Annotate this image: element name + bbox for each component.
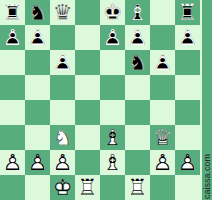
piece-black-pawn: ♟♙ [0,25,25,50]
piece-glyph-outline: ♙ [150,50,175,75]
watermark-strip: caissa.com [200,0,212,200]
square-c5[interactable] [50,75,75,100]
square-g4[interactable] [150,100,175,125]
piece-glyph-outline: ♘ [25,0,50,25]
square-h6[interactable] [175,50,200,75]
square-g8[interactable] [150,0,175,25]
square-a2[interactable]: ♟♙ [0,150,25,175]
square-c3[interactable]: ♞♘ [50,125,75,150]
piece-white-pawn: ♟♙ [50,150,75,175]
piece-glyph-outline: ♗ [100,150,125,175]
chess-board: ♜♖♞♘♛♕♚♔♝♗♜♖♟♙♟♙♟♙♟♙♟♙♟♙♞♘♟♙♞♘♝♗♛♕♟♙♟♙♟♙… [0,0,200,200]
piece-glyph-outline: ♙ [0,150,25,175]
piece-black-queen: ♛♕ [50,0,75,25]
piece-glyph-outline: ♙ [25,150,50,175]
piece-black-rook: ♜♖ [0,0,25,25]
piece-black-king: ♚♔ [100,0,125,25]
piece-glyph-outline: ♙ [25,25,50,50]
square-h7[interactable]: ♟♙ [175,25,200,50]
square-b8[interactable]: ♞♘ [25,0,50,25]
square-a4[interactable] [0,100,25,125]
piece-black-pawn: ♟♙ [150,50,175,75]
square-d1[interactable]: ♜♖ [75,175,100,200]
piece-black-knight: ♞♘ [125,50,150,75]
piece-glyph-outline: ♕ [150,125,175,150]
square-b5[interactable] [25,75,50,100]
piece-black-pawn: ♟♙ [175,25,200,50]
square-b4[interactable] [25,100,50,125]
square-a8[interactable]: ♜♖ [0,0,25,25]
piece-glyph-outline: ♘ [125,50,150,75]
square-g7[interactable] [150,25,175,50]
square-a5[interactable] [0,75,25,100]
piece-white-rook: ♜♖ [125,175,150,200]
piece-glyph-outline: ♖ [175,0,200,25]
piece-black-pawn: ♟♙ [25,25,50,50]
square-f8[interactable]: ♝♗ [125,0,150,25]
chess-diagram: ♜♖♞♘♛♕♚♔♝♗♜♖♟♙♟♙♟♙♟♙♟♙♟♙♞♘♟♙♞♘♝♗♛♕♟♙♟♙♟♙… [0,0,212,200]
square-a1[interactable] [0,175,25,200]
square-f6[interactable]: ♞♘ [125,50,150,75]
square-h2[interactable]: ♟♙ [175,150,200,175]
piece-black-rook: ♜♖ [175,0,200,25]
piece-white-pawn: ♟♙ [0,150,25,175]
square-d8[interactable] [75,0,100,25]
square-e2[interactable]: ♝♗ [100,150,125,175]
square-e7[interactable]: ♟♙ [100,25,125,50]
square-e8[interactable]: ♚♔ [100,0,125,25]
square-d2[interactable] [75,150,100,175]
piece-white-rook: ♜♖ [75,175,100,200]
piece-white-bishop: ♝♗ [100,125,125,150]
square-e4[interactable] [100,100,125,125]
square-h8[interactable]: ♜♖ [175,0,200,25]
square-g5[interactable] [150,75,175,100]
piece-white-knight: ♞♘ [50,125,75,150]
square-g2[interactable]: ♟♙ [150,150,175,175]
piece-white-pawn: ♟♙ [25,150,50,175]
piece-white-pawn: ♟♙ [150,150,175,175]
square-h4[interactable] [175,100,200,125]
square-f1[interactable]: ♜♖ [125,175,150,200]
piece-glyph-outline: ♗ [100,125,125,150]
piece-glyph-outline: ♖ [75,175,100,200]
watermark-text: caissa.com [202,154,212,199]
piece-glyph-outline: ♖ [125,175,150,200]
square-b2[interactable]: ♟♙ [25,150,50,175]
square-b7[interactable]: ♟♙ [25,25,50,50]
square-c6[interactable]: ♟♙ [50,50,75,75]
piece-glyph-outline: ♙ [125,25,150,50]
piece-glyph-outline: ♙ [50,50,75,75]
square-a7[interactable]: ♟♙ [0,25,25,50]
square-d6[interactable] [75,50,100,75]
square-e5[interactable] [100,75,125,100]
square-f5[interactable] [125,75,150,100]
square-f4[interactable] [125,100,150,125]
piece-glyph-outline: ♙ [0,25,25,50]
square-a6[interactable] [0,50,25,75]
piece-black-pawn: ♟♙ [125,25,150,50]
square-d3[interactable] [75,125,100,150]
piece-white-bishop: ♝♗ [100,150,125,175]
square-c8[interactable]: ♛♕ [50,0,75,25]
piece-glyph-outline: ♖ [0,0,25,25]
square-h1[interactable] [175,175,200,200]
piece-glyph-outline: ♙ [175,150,200,175]
piece-glyph-outline: ♕ [50,0,75,25]
square-e6[interactable] [100,50,125,75]
square-h5[interactable] [175,75,200,100]
piece-black-pawn: ♟♙ [50,50,75,75]
piece-black-bishop: ♝♗ [125,0,150,25]
square-c4[interactable] [50,100,75,125]
square-f7[interactable]: ♟♙ [125,25,150,50]
piece-glyph-outline: ♙ [150,150,175,175]
square-e3[interactable]: ♝♗ [100,125,125,150]
piece-glyph-outline: ♘ [50,125,75,150]
piece-black-pawn: ♟♙ [100,25,125,50]
piece-glyph-outline: ♗ [125,0,150,25]
piece-white-queen: ♛♕ [150,125,175,150]
piece-glyph-outline: ♙ [50,150,75,175]
piece-glyph-outline: ♙ [175,25,200,50]
square-b3[interactable] [25,125,50,150]
square-a3[interactable] [0,125,25,150]
square-d4[interactable] [75,100,100,125]
square-c1[interactable]: ♚♔ [50,175,75,200]
piece-black-knight: ♞♘ [25,0,50,25]
square-f2[interactable] [125,150,150,175]
piece-white-king: ♚♔ [50,175,75,200]
piece-glyph-outline: ♔ [100,0,125,25]
square-c7[interactable] [50,25,75,50]
square-d7[interactable] [75,25,100,50]
square-b6[interactable] [25,50,50,75]
piece-glyph-outline: ♙ [100,25,125,50]
piece-glyph-outline: ♔ [50,175,75,200]
square-e1[interactable] [100,175,125,200]
square-d5[interactable] [75,75,100,100]
square-g3[interactable]: ♛♕ [150,125,175,150]
square-h3[interactable] [175,125,200,150]
square-c2[interactable]: ♟♙ [50,150,75,175]
square-g1[interactable] [150,175,175,200]
piece-white-pawn: ♟♙ [175,150,200,175]
square-b1[interactable] [25,175,50,200]
square-g6[interactable]: ♟♙ [150,50,175,75]
square-f3[interactable] [125,125,150,150]
